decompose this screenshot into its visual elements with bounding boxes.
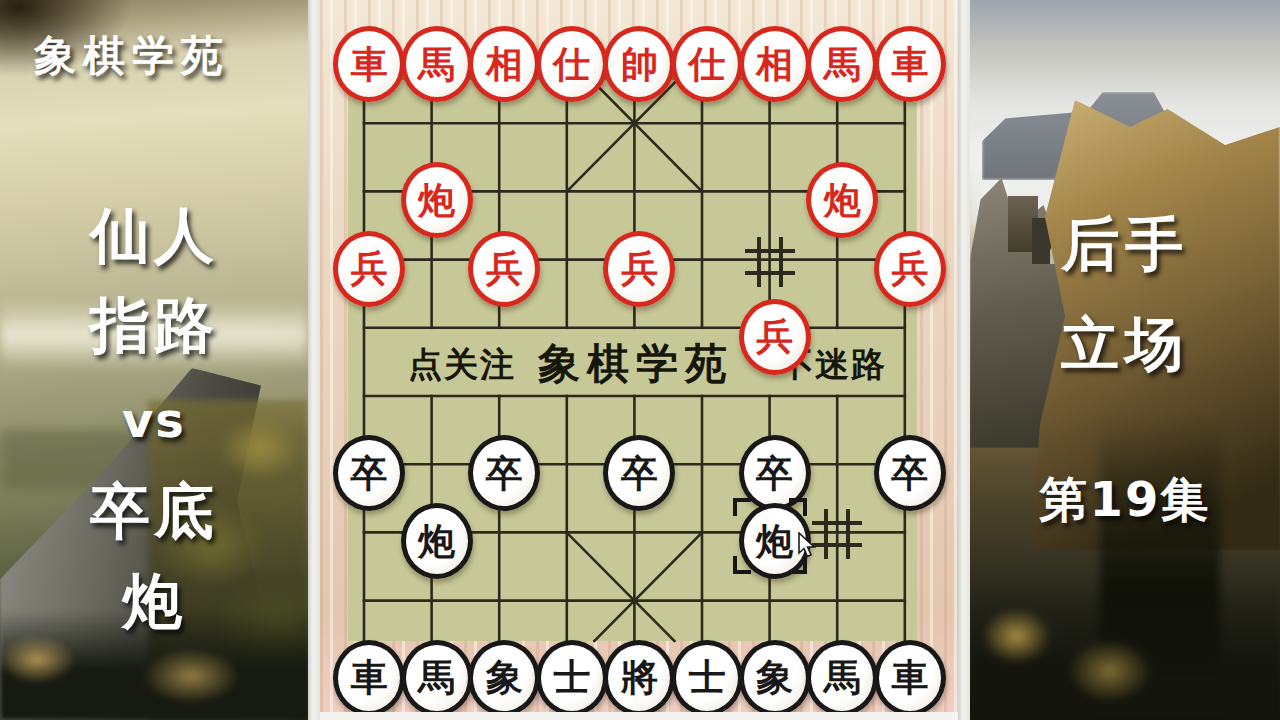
mouse-cursor-icon bbox=[797, 532, 817, 560]
xiangqi-piece-red[interactable]: 車 bbox=[874, 26, 946, 102]
xiangqi-piece-red[interactable]: 仕 bbox=[671, 26, 743, 102]
xiangqi-piece-red[interactable]: 帥 bbox=[603, 26, 675, 102]
xiangqi-piece-red[interactable]: 兵 bbox=[603, 231, 675, 307]
last-move-origin-marker bbox=[812, 509, 862, 559]
xiangqi-piece-black[interactable]: 卒 bbox=[468, 435, 540, 511]
right-separator bbox=[958, 0, 970, 720]
xiangqi-piece-black[interactable]: 象 bbox=[468, 640, 540, 716]
xiangqi-piece-black[interactable]: 士 bbox=[536, 640, 608, 716]
xiangqi-piece-red[interactable]: 兵 bbox=[468, 231, 540, 307]
river-text-center: 象棋学苑 bbox=[538, 336, 734, 392]
xiangqi-piece-black[interactable]: 車 bbox=[333, 640, 405, 716]
last-move-origin-marker bbox=[745, 237, 795, 287]
selected-piece-frame bbox=[733, 498, 807, 574]
xiangqi-piece-red[interactable]: 兵 bbox=[333, 231, 405, 307]
xiangqi-piece-red[interactable]: 相 bbox=[739, 26, 811, 102]
xiangqi-piece-black[interactable]: 馬 bbox=[806, 640, 878, 716]
xiangqi-piece-black[interactable]: 卒 bbox=[874, 435, 946, 511]
xiangqi-piece-red[interactable]: 馬 bbox=[806, 26, 878, 102]
left-photo-panel: 象棋学苑 仙人 指路 vs 卒底 炮 bbox=[0, 0, 308, 720]
xiangqi-piece-black[interactable]: 馬 bbox=[401, 640, 473, 716]
xiangqi-piece-red[interactable]: 馬 bbox=[401, 26, 473, 102]
xiangqi-piece-red[interactable]: 仕 bbox=[536, 26, 608, 102]
opening-title-line: 指路 bbox=[0, 286, 308, 367]
opening-title-line: 卒底 bbox=[0, 472, 308, 553]
video-frame: 象棋学苑 仙人 指路 vs 卒底 炮 bbox=[0, 0, 1280, 720]
episode-label: 第19集 bbox=[970, 468, 1280, 532]
right-photo-panel: 后手 立场 第19集 bbox=[970, 0, 1280, 720]
side-title-line: 立场 bbox=[970, 306, 1280, 384]
bottom-margin bbox=[320, 712, 958, 720]
xiangqi-piece-red[interactable]: 兵 bbox=[874, 231, 946, 307]
xiangqi-piece-red[interactable]: 炮 bbox=[401, 162, 473, 238]
board-area: 点关注 象棋学苑 不迷路 車馬相仕帥仕相馬車炮炮兵兵兵兵兵卒卒卒卒卒炮炮車馬象士… bbox=[320, 0, 958, 720]
opening-title-line: 炮 bbox=[0, 562, 308, 643]
xiangqi-piece-red[interactable]: 車 bbox=[333, 26, 405, 102]
xiangqi-piece-black[interactable]: 將 bbox=[603, 640, 675, 716]
xiangqi-piece-red[interactable]: 相 bbox=[468, 26, 540, 102]
side-title-line: 后手 bbox=[970, 206, 1280, 284]
left-separator bbox=[308, 0, 320, 720]
xiangqi-piece-black[interactable]: 炮 bbox=[401, 503, 473, 579]
river-text-left: 点关注 bbox=[408, 342, 516, 388]
xiangqi-piece-red[interactable]: 兵 bbox=[739, 299, 811, 375]
channel-watermark: 象棋学苑 bbox=[34, 28, 230, 84]
golden-trees bbox=[970, 580, 1280, 720]
versus-label: vs bbox=[0, 392, 308, 448]
opening-title-line: 仙人 bbox=[0, 196, 308, 277]
xiangqi-piece-black[interactable]: 士 bbox=[671, 640, 743, 716]
xiangqi-piece-black[interactable]: 車 bbox=[874, 640, 946, 716]
xiangqi-piece-black[interactable]: 卒 bbox=[333, 435, 405, 511]
xiangqi-piece-black[interactable]: 象 bbox=[739, 640, 811, 716]
